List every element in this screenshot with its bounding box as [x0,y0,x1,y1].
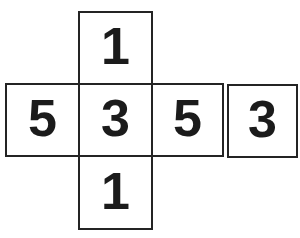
net-face-bottom: 1 [78,155,153,230]
net-face-middle-right: 5 [151,83,224,157]
net-face-detached-right: 3 [227,84,298,158]
face-value: 1 [101,165,130,217]
net-face-middle-left: 5 [5,83,80,157]
dice-net-diagram: 1 5 3 5 3 1 [0,0,300,238]
face-value: 5 [173,92,202,144]
face-value: 1 [101,20,130,72]
net-face-middle-center: 3 [78,83,153,157]
face-value: 3 [101,92,130,144]
face-value: 3 [248,93,277,145]
net-face-top: 1 [78,11,153,85]
face-value: 5 [28,92,57,144]
